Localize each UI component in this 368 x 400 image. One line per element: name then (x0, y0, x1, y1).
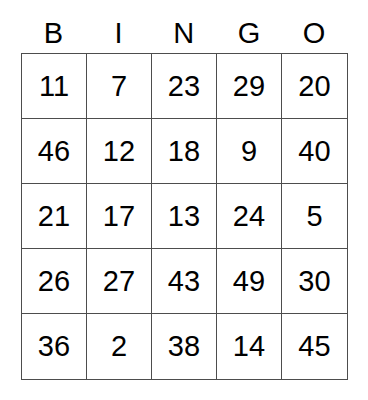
bingo-cell-r1c5[interactable]: 20 (282, 54, 347, 119)
bingo-grid: 11 7 23 29 20 46 12 18 9 40 21 17 13 24 … (21, 53, 348, 380)
bingo-cell-r5c5[interactable]: 45 (282, 314, 347, 379)
bingo-cell-r3c1[interactable]: 21 (22, 184, 87, 249)
bingo-header: B I N G O (21, 14, 347, 52)
header-letter-g: G (217, 14, 282, 52)
bingo-cell-r2c2[interactable]: 12 (87, 119, 152, 184)
bingo-cell-r3c4[interactable]: 24 (217, 184, 282, 249)
bingo-cell-r5c3[interactable]: 38 (152, 314, 217, 379)
bingo-cell-r5c4[interactable]: 14 (217, 314, 282, 379)
bingo-cell-r4c3[interactable]: 43 (152, 249, 217, 314)
bingo-cell-r1c4[interactable]: 29 (217, 54, 282, 119)
bingo-cell-r4c2[interactable]: 27 (87, 249, 152, 314)
header-letter-n: N (151, 14, 216, 52)
header-letter-o: O (282, 14, 347, 52)
bingo-cell-r2c1[interactable]: 46 (22, 119, 87, 184)
bingo-cell-r4c1[interactable]: 26 (22, 249, 87, 314)
bingo-cell-r3c5[interactable]: 5 (282, 184, 347, 249)
header-letter-b: B (21, 14, 86, 52)
bingo-cell-r3c3[interactable]: 13 (152, 184, 217, 249)
bingo-cell-r2c4[interactable]: 9 (217, 119, 282, 184)
bingo-cell-r2c3[interactable]: 18 (152, 119, 217, 184)
bingo-card: B I N G O 11 7 23 29 20 46 12 18 9 40 21… (0, 0, 368, 400)
bingo-cell-r5c1[interactable]: 36 (22, 314, 87, 379)
bingo-cell-r4c5[interactable]: 30 (282, 249, 347, 314)
bingo-cell-r1c2[interactable]: 7 (87, 54, 152, 119)
bingo-cell-r3c2[interactable]: 17 (87, 184, 152, 249)
bingo-cell-r2c5[interactable]: 40 (282, 119, 347, 184)
bingo-cell-r1c3[interactable]: 23 (152, 54, 217, 119)
header-letter-i: I (86, 14, 151, 52)
bingo-cell-r1c1[interactable]: 11 (22, 54, 87, 119)
bingo-cell-r4c4[interactable]: 49 (217, 249, 282, 314)
bingo-cell-r5c2[interactable]: 2 (87, 314, 152, 379)
